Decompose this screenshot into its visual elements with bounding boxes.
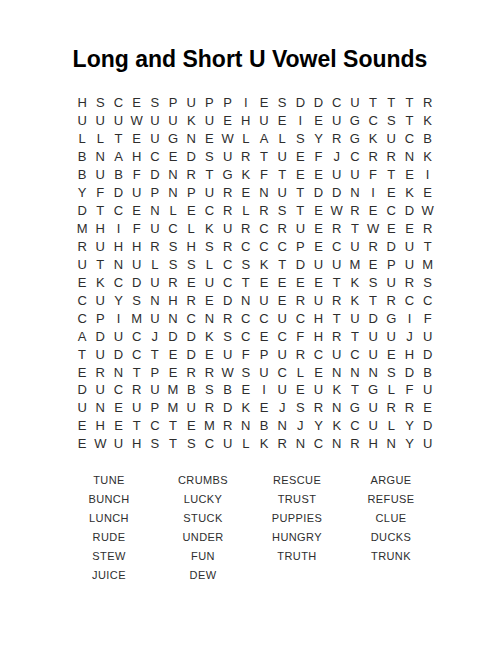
grid-cell: E — [309, 112, 327, 130]
grid-cell: D — [309, 184, 327, 202]
grid-cell: C — [255, 220, 273, 238]
grid-cell: N — [273, 417, 291, 435]
grid-cell: N — [346, 184, 364, 202]
grid-cell: C — [219, 255, 237, 273]
grid-cell: E — [128, 94, 146, 112]
grid-cell: K — [200, 220, 218, 238]
grid-cell: H — [128, 238, 146, 256]
grid-cell: U — [91, 381, 109, 399]
word-list-item: LUCKY — [156, 490, 250, 509]
grid-cell: S — [382, 112, 400, 130]
grid-cell: R — [382, 148, 400, 166]
grid-cell: F — [128, 166, 146, 184]
grid-cell: C — [146, 417, 164, 435]
grid-cell: S — [200, 238, 218, 256]
grid-cell: E — [400, 166, 418, 184]
grid-cell: E — [128, 202, 146, 220]
grid-cell: S — [419, 273, 437, 291]
grid-cell: K — [237, 166, 255, 184]
worksheet-page: Long and Short U Vowel Sounds HSCESPUPPI… — [0, 0, 500, 647]
grid-cell: P — [219, 94, 237, 112]
grid-cell: E — [73, 363, 91, 381]
word-list-item: PUPPIES — [250, 509, 344, 528]
grid-cell: U — [346, 238, 364, 256]
grid-cell: D — [91, 327, 109, 345]
grid-cell: R — [346, 435, 364, 453]
word-list: TUNEBUNCHLUNCHRUDESTEWJUICECRUMBSLUCKYST… — [62, 471, 438, 585]
grid-cell: T — [91, 202, 109, 220]
grid-cell: U — [73, 399, 91, 417]
grid-cell: R — [364, 238, 382, 256]
grid-cell: T — [128, 363, 146, 381]
grid-cell: T — [164, 417, 182, 435]
grid-cell: E — [255, 94, 273, 112]
grid-cell: S — [146, 435, 164, 453]
grid-cell: C — [182, 309, 200, 327]
grid-cell: C — [128, 345, 146, 363]
grid-cell: U — [419, 381, 437, 399]
grid-cell: U — [146, 130, 164, 148]
grid-cell: E — [255, 273, 273, 291]
grid-cell: N — [237, 417, 255, 435]
word-list-item: TRUNK — [344, 547, 438, 566]
grid-cell: U — [255, 291, 273, 309]
grid-cell: E — [219, 112, 237, 130]
grid-cell: A — [255, 130, 273, 148]
grid-cell: K — [200, 327, 218, 345]
grid-cell: E — [109, 417, 127, 435]
grid-cell: E — [291, 148, 309, 166]
grid-cell: R — [328, 220, 346, 238]
grid-cell: C — [200, 435, 218, 453]
grid-cell: D — [182, 148, 200, 166]
grid-cell: E — [382, 220, 400, 238]
grid-cell: U — [146, 309, 164, 327]
grid-cell: E — [237, 184, 255, 202]
grid-cell: E — [364, 255, 382, 273]
grid-cell: G — [382, 309, 400, 327]
grid-cell: L — [291, 363, 309, 381]
grid-cell: C — [109, 94, 127, 112]
grid-cell: C — [237, 309, 255, 327]
grid-cell: T — [346, 327, 364, 345]
grid-cell: R — [73, 238, 91, 256]
grid-cell: H — [91, 417, 109, 435]
grid-cell: T — [91, 255, 109, 273]
grid-cell: N — [328, 399, 346, 417]
grid-cell: R — [146, 238, 164, 256]
grid-cell: S — [291, 399, 309, 417]
grid-cell: R — [182, 291, 200, 309]
grid-cell: I — [255, 381, 273, 399]
grid-cell: Y — [309, 130, 327, 148]
grid-cell: T — [400, 112, 418, 130]
grid-cell: P — [146, 184, 164, 202]
grid-cell: E — [291, 166, 309, 184]
grid-cell: A — [73, 327, 91, 345]
grid-cell: S — [200, 381, 218, 399]
grid-cell: M — [419, 255, 437, 273]
grid-cell: M — [128, 309, 146, 327]
grid-cell: U — [273, 309, 291, 327]
grid-cell: F — [237, 345, 255, 363]
grid-cell: G — [364, 381, 382, 399]
grid-cell: W — [219, 363, 237, 381]
grid-cell: T — [237, 273, 255, 291]
grid-cell: D — [364, 309, 382, 327]
grid-cell: E — [364, 202, 382, 220]
grid-cell: H — [309, 309, 327, 327]
grid-cell: U — [73, 255, 91, 273]
grid-cell: J — [328, 148, 346, 166]
grid-cell: U — [346, 94, 364, 112]
grid-cell: R — [419, 220, 437, 238]
word-list-item: TRUST — [250, 490, 344, 509]
grid-cell: E — [128, 130, 146, 148]
grid-cell: K — [182, 112, 200, 130]
grid-cell: C — [128, 327, 146, 345]
grid-cell: C — [400, 130, 418, 148]
word-list-item: STUCK — [156, 509, 250, 528]
grid-cell: F — [364, 166, 382, 184]
grid-cell: E — [164, 148, 182, 166]
grid-cell: L — [237, 202, 255, 220]
grid-cell: H — [164, 291, 182, 309]
word-list-item: UNDER — [156, 528, 250, 547]
grid-cell: P — [91, 309, 109, 327]
grid-cell: N — [164, 309, 182, 327]
grid-cell: H — [91, 220, 109, 238]
grid-cell: W — [91, 435, 109, 453]
grid-cell: U — [109, 112, 127, 130]
grid-cell: D — [328, 184, 346, 202]
grid-cell: C — [328, 94, 346, 112]
grid-cell: M — [346, 255, 364, 273]
grid-cell: U — [419, 327, 437, 345]
grid-cell: U — [382, 273, 400, 291]
grid-cell: E — [309, 363, 327, 381]
grid-cell: S — [164, 255, 182, 273]
grid-cell: I — [364, 184, 382, 202]
grid-cell: C — [419, 291, 437, 309]
grid-cell: D — [73, 202, 91, 220]
grid-cell: U — [91, 112, 109, 130]
grid-cell: D — [109, 345, 127, 363]
grid-cell: D — [291, 94, 309, 112]
grid-cell: K — [237, 399, 255, 417]
grid-cell: T — [382, 94, 400, 112]
grid-cell: E — [309, 166, 327, 184]
grid-cell: F — [400, 381, 418, 399]
grid-cell: D — [419, 345, 437, 363]
grid-cell: U — [219, 435, 237, 453]
grid-cell: I — [419, 166, 437, 184]
grid-cell: C — [73, 291, 91, 309]
grid-cell: U — [219, 220, 237, 238]
grid-cell: D — [419, 417, 437, 435]
grid-cell: U — [273, 381, 291, 399]
grid-cell: R — [273, 435, 291, 453]
grid-cell: H — [128, 435, 146, 453]
grid-cell: R — [400, 399, 418, 417]
grid-cell: C — [219, 273, 237, 291]
grid-cell: C — [291, 309, 309, 327]
grid-cell: C — [346, 345, 364, 363]
word-list-item: RESCUE — [250, 471, 344, 490]
grid-cell: N — [91, 148, 109, 166]
word-list-item: TUNE — [62, 471, 156, 490]
grid-cell: R — [200, 399, 218, 417]
grid-cell: N — [164, 184, 182, 202]
grid-cell: U — [146, 220, 164, 238]
grid-cell: U — [328, 255, 346, 273]
grid-cell: P — [255, 345, 273, 363]
grid-cell: K — [255, 255, 273, 273]
grid-cell: D — [400, 202, 418, 220]
grid-cell: C — [309, 435, 327, 453]
word-list-column: RESCUETRUSTPUPPIESHUNGRYTRUTH — [250, 471, 344, 585]
grid-cell: Y — [109, 291, 127, 309]
grid-cell: M — [164, 381, 182, 399]
grid-cell: D — [382, 238, 400, 256]
grid-cell: N — [328, 363, 346, 381]
grid-cell: E — [200, 291, 218, 309]
grid-cell: K — [328, 417, 346, 435]
grid-cell: E — [255, 327, 273, 345]
grid-cell: C — [200, 202, 218, 220]
grid-cell: E — [255, 399, 273, 417]
grid-cell: N — [146, 291, 164, 309]
grid-cell: S — [237, 255, 255, 273]
grid-cell: P — [182, 184, 200, 202]
grid-cell: R — [346, 202, 364, 220]
grid-cell: R — [219, 417, 237, 435]
grid-cell: L — [73, 130, 91, 148]
grid-cell: C — [255, 309, 273, 327]
grid-cell: E — [419, 399, 437, 417]
grid-cell: P — [200, 94, 218, 112]
grid-cell: R — [237, 148, 255, 166]
word-list-item: TRUTH — [250, 547, 344, 566]
grid-cell: U — [91, 166, 109, 184]
grid-cell: T — [364, 291, 382, 309]
grid-cell: L — [91, 130, 109, 148]
grid-cell: C — [109, 381, 127, 399]
grid-cell: I — [109, 309, 127, 327]
grid-cell: K — [419, 112, 437, 130]
grid-cell: K — [419, 148, 437, 166]
grid-cell: N — [109, 363, 127, 381]
grid-cell: M — [200, 417, 218, 435]
grid-cell: U — [182, 94, 200, 112]
grid-cell: R — [219, 202, 237, 220]
grid-cell: T — [364, 94, 382, 112]
grid-cell: N — [146, 202, 164, 220]
grid-cell: C — [109, 202, 127, 220]
grid-cell: H — [237, 112, 255, 130]
grid-cell: U — [364, 399, 382, 417]
grid-cell: R — [91, 363, 109, 381]
grid-cell: N — [91, 399, 109, 417]
grid-cell: B — [109, 166, 127, 184]
grid-cell: U — [109, 327, 127, 345]
grid-cell: U — [346, 309, 364, 327]
grid-cell: U — [364, 417, 382, 435]
grid-cell: K — [346, 291, 364, 309]
grid-cell: T — [328, 273, 346, 291]
grid-cell: E — [400, 220, 418, 238]
grid-cell: K — [346, 273, 364, 291]
grid-cell: E — [309, 220, 327, 238]
grid-cell: E — [309, 238, 327, 256]
grid-cell: Y — [309, 417, 327, 435]
grid-cell: T — [200, 166, 218, 184]
grid-cell: G — [164, 130, 182, 148]
grid-cell: T — [291, 184, 309, 202]
grid-cell: E — [182, 202, 200, 220]
word-list-item: RUDE — [62, 528, 156, 547]
grid-cell: E — [382, 184, 400, 202]
word-search-grid: HSCESPUPPIESDDCUTTTRUUUWUUKUEHUEIEUGCSTK… — [73, 94, 437, 453]
grid-cell: E — [273, 112, 291, 130]
grid-cell: U — [328, 112, 346, 130]
grid-cell: C — [73, 309, 91, 327]
grid-cell: S — [128, 291, 146, 309]
grid-cell: D — [309, 94, 327, 112]
grid-cell: L — [237, 130, 255, 148]
grid-cell: U — [146, 273, 164, 291]
grid-cell: C — [164, 220, 182, 238]
grid-cell: R — [182, 166, 200, 184]
grid-cell: F — [309, 148, 327, 166]
word-list-item: DUCKS — [344, 528, 438, 547]
grid-cell: C — [146, 148, 164, 166]
grid-cell: L — [382, 417, 400, 435]
grid-cell: E — [164, 363, 182, 381]
grid-cell: B — [419, 363, 437, 381]
grid-cell: B — [182, 381, 200, 399]
grid-cell: G — [346, 399, 364, 417]
word-list-item: HUNGRY — [250, 528, 344, 547]
grid-cell: K — [91, 273, 109, 291]
grid-cell: S — [237, 363, 255, 381]
grid-cell: F — [91, 184, 109, 202]
word-list-item: CLUE — [344, 509, 438, 528]
grid-cell: T — [346, 381, 364, 399]
grid-cell: W — [328, 202, 346, 220]
word-list-item: LUNCH — [62, 509, 156, 528]
grid-cell: J — [400, 327, 418, 345]
grid-cell: M — [164, 399, 182, 417]
grid-cell: U — [128, 255, 146, 273]
grid-cell: U — [128, 184, 146, 202]
grid-cell: U — [91, 345, 109, 363]
word-list-item: BUNCH — [62, 490, 156, 509]
grid-cell: E — [291, 273, 309, 291]
grid-cell: B — [73, 148, 91, 166]
grid-cell: C — [346, 148, 364, 166]
grid-cell: U — [200, 112, 218, 130]
grid-cell: R — [128, 381, 146, 399]
grid-cell: S — [382, 363, 400, 381]
grid-cell: C — [237, 327, 255, 345]
grid-cell: L — [273, 130, 291, 148]
grid-cell: A — [109, 148, 127, 166]
grid-cell: T — [273, 166, 291, 184]
grid-cell: U — [273, 184, 291, 202]
grid-cell: S — [364, 273, 382, 291]
grid-cell: T — [109, 130, 127, 148]
grid-cell: U — [400, 238, 418, 256]
grid-cell: D — [400, 363, 418, 381]
grid-cell: D — [219, 399, 237, 417]
grid-cell: S — [91, 94, 109, 112]
word-list-item: CRUMBS — [156, 471, 250, 490]
grid-cell: G — [219, 166, 237, 184]
grid-cell: C — [346, 417, 364, 435]
grid-cell: C — [364, 112, 382, 130]
grid-cell: U — [255, 112, 273, 130]
grid-cell: L — [237, 435, 255, 453]
grid-cell: U — [91, 238, 109, 256]
grid-cell: D — [128, 273, 146, 291]
grid-cell: R — [164, 273, 182, 291]
grid-cell: B — [73, 166, 91, 184]
grid-cell: L — [200, 255, 218, 273]
grid-cell: T — [400, 94, 418, 112]
grid-cell: L — [146, 255, 164, 273]
grid-cell: T — [146, 345, 164, 363]
word-list-column: ARGUEREFUSECLUEDUCKSTRUNK — [344, 471, 438, 585]
grid-cell: E — [273, 273, 291, 291]
grid-cell: J — [291, 417, 309, 435]
grid-cell: S — [182, 255, 200, 273]
grid-cell: R — [291, 291, 309, 309]
grid-cell: F — [255, 166, 273, 184]
word-list-column: CRUMBSLUCKYSTUCKUNDERFUNDEW — [156, 471, 250, 585]
grid-cell: C — [273, 238, 291, 256]
word-list-item: REFUSE — [344, 490, 438, 509]
grid-cell: H — [364, 435, 382, 453]
grid-cell: D — [164, 327, 182, 345]
grid-cell: U — [200, 184, 218, 202]
grid-cell: U — [109, 435, 127, 453]
grid-cell: D — [109, 184, 127, 202]
grid-cell: K — [255, 435, 273, 453]
grid-cell: U — [291, 220, 309, 238]
grid-cell: N — [182, 130, 200, 148]
grid-cell: S — [146, 94, 164, 112]
grid-cell: T — [419, 238, 437, 256]
grid-cell: B — [255, 417, 273, 435]
grid-cell: U — [219, 345, 237, 363]
grid-cell: U — [309, 255, 327, 273]
grid-cell: R — [382, 399, 400, 417]
grid-cell: N — [237, 291, 255, 309]
grid-cell: W — [364, 220, 382, 238]
grid-cell: M — [73, 220, 91, 238]
word-list-item: JUICE — [62, 566, 156, 585]
grid-cell: T — [291, 202, 309, 220]
grid-cell: E — [237, 381, 255, 399]
grid-cell: W — [219, 130, 237, 148]
grid-cell: T — [164, 435, 182, 453]
grid-cell: E — [73, 273, 91, 291]
grid-cell: K — [328, 381, 346, 399]
grid-cell: U — [164, 112, 182, 130]
grid-cell: C — [273, 363, 291, 381]
grid-cell: R — [419, 94, 437, 112]
